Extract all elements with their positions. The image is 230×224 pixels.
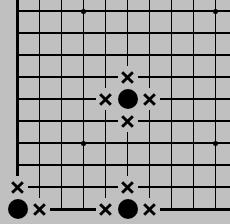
black-stone (118, 89, 138, 109)
liberty-mark (118, 110, 138, 132)
grid-line-horizontal (16, 10, 230, 12)
star-point (213, 9, 218, 14)
star-point (81, 9, 86, 14)
liberty-mark (96, 198, 116, 220)
liberty-mark (96, 88, 116, 110)
grid-line-horizontal (16, 54, 230, 56)
star-point (81, 141, 86, 146)
star-point (213, 141, 218, 146)
liberty-mark (118, 176, 138, 198)
liberty-mark (30, 198, 50, 220)
liberty-mark (140, 88, 160, 110)
black-stone (8, 199, 28, 219)
black-stone (118, 199, 138, 219)
liberty-mark (118, 66, 138, 88)
grid-line-horizontal (16, 32, 230, 34)
grid-line-horizontal (16, 142, 230, 144)
go-board[interactable] (0, 0, 230, 224)
grid-line-horizontal (16, 164, 230, 166)
liberty-mark (140, 198, 160, 220)
liberty-mark (8, 176, 28, 198)
